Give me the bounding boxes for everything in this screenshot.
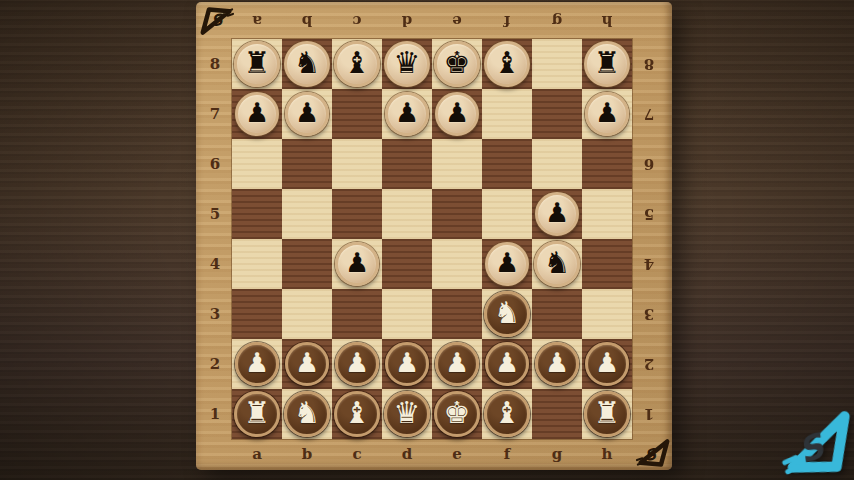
piece-white-queen[interactable]: ♛ xyxy=(384,391,430,437)
pawn-glyph: ♟ xyxy=(345,243,369,283)
rank-label-3: 3 xyxy=(204,289,226,339)
piece-white-knight[interactable]: ♞ xyxy=(484,291,530,337)
pawn-glyph: ♟ xyxy=(245,93,269,133)
rank-label-3: 3 xyxy=(638,289,660,339)
square-d1[interactable]: ♛ xyxy=(382,389,432,439)
piece-black-knight[interactable]: ♞ xyxy=(284,41,330,87)
queen-glyph: ♛ xyxy=(394,393,421,433)
square-c5[interactable] xyxy=(332,189,382,239)
rank-label-4: 4 xyxy=(204,239,226,289)
file-label-d: d xyxy=(382,445,432,463)
square-d6[interactable] xyxy=(382,139,432,189)
file-label-h: h xyxy=(582,12,632,30)
rank-label-7: 7 xyxy=(638,89,660,139)
piece-black-queen[interactable]: ♛ xyxy=(384,41,430,87)
knight-glyph: ♞ xyxy=(294,43,321,83)
square-a2[interactable]: ♟ xyxy=(232,339,282,389)
knight-glyph: ♞ xyxy=(494,293,521,333)
pawn-glyph: ♟ xyxy=(595,93,619,133)
bishop-glyph: ♝ xyxy=(494,43,521,83)
piece-white-pawn[interactable]: ♟ xyxy=(285,342,329,386)
pawn-glyph: ♟ xyxy=(395,93,419,133)
rank-label-1: 1 xyxy=(204,389,226,439)
file-label-c: c xyxy=(332,445,382,463)
square-e5[interactable] xyxy=(432,189,482,239)
square-b8[interactable]: ♞ xyxy=(282,39,332,89)
rank-label-1: 1 xyxy=(638,389,660,439)
square-b5[interactable] xyxy=(282,189,332,239)
square-h2[interactable]: ♟ xyxy=(582,339,632,389)
rank-label-2: 2 xyxy=(204,339,226,389)
square-b7[interactable]: ♟ xyxy=(282,89,332,139)
square-f6[interactable] xyxy=(482,139,532,189)
square-a6[interactable] xyxy=(232,139,282,189)
rook-glyph: ♜ xyxy=(594,393,621,433)
square-a4[interactable] xyxy=(232,239,282,289)
pawn-glyph: ♟ xyxy=(595,343,619,383)
square-a7[interactable]: ♟ xyxy=(232,89,282,139)
piece-white-pawn[interactable]: ♟ xyxy=(535,342,579,386)
bishop-glyph: ♝ xyxy=(344,393,371,433)
square-h3[interactable] xyxy=(582,289,632,339)
square-h5[interactable] xyxy=(582,189,632,239)
square-h1[interactable]: ♜ xyxy=(582,389,632,439)
square-c8[interactable]: ♝ xyxy=(332,39,382,89)
bishop-glyph: ♝ xyxy=(494,393,521,433)
square-g8[interactable] xyxy=(532,39,582,89)
pawn-glyph: ♟ xyxy=(445,343,469,383)
brand-logo-icon: S xyxy=(199,5,235,37)
square-e3[interactable] xyxy=(432,289,482,339)
king-glyph: ♚ xyxy=(444,393,471,433)
square-b6[interactable] xyxy=(282,139,332,189)
pawn-glyph: ♟ xyxy=(445,93,469,133)
square-g1[interactable] xyxy=(532,389,582,439)
square-e2[interactable]: ♟ xyxy=(432,339,482,389)
file-label-f: f xyxy=(482,12,532,30)
piece-black-pawn[interactable]: ♟ xyxy=(385,92,429,136)
square-d3[interactable] xyxy=(382,289,432,339)
square-b1[interactable]: ♞ xyxy=(282,389,332,439)
file-labels-bottom: abcdefgh xyxy=(232,445,632,463)
piece-white-bishop[interactable]: ♝ xyxy=(334,391,380,437)
piece-white-pawn[interactable]: ♟ xyxy=(385,342,429,386)
square-e4[interactable] xyxy=(432,239,482,289)
square-c6[interactable] xyxy=(332,139,382,189)
rook-glyph: ♜ xyxy=(244,43,271,83)
file-label-a: a xyxy=(232,445,282,463)
square-g7[interactable] xyxy=(532,89,582,139)
piece-black-knight[interactable]: ♞ xyxy=(534,241,580,287)
square-c4[interactable]: ♟ xyxy=(332,239,382,289)
piece-white-king[interactable]: ♚ xyxy=(434,391,480,437)
piece-white-knight[interactable]: ♞ xyxy=(284,391,330,437)
square-h4[interactable] xyxy=(582,239,632,289)
rook-glyph: ♜ xyxy=(594,43,621,83)
pawn-glyph: ♟ xyxy=(395,343,419,383)
brand-logo-icon: S xyxy=(635,437,671,469)
square-e8[interactable]: ♚ xyxy=(432,39,482,89)
knight-glyph: ♞ xyxy=(544,243,571,283)
piece-black-bishop[interactable]: ♝ xyxy=(484,41,530,87)
square-f4[interactable]: ♟ xyxy=(482,239,532,289)
rook-glyph: ♜ xyxy=(244,393,271,433)
piece-black-pawn[interactable]: ♟ xyxy=(535,192,579,236)
pawn-glyph: ♟ xyxy=(295,343,319,383)
pawn-glyph: ♟ xyxy=(345,343,369,383)
piece-white-rook[interactable]: ♜ xyxy=(234,391,280,437)
rank-label-6: 6 xyxy=(204,139,226,189)
piece-black-pawn[interactable]: ♟ xyxy=(585,92,629,136)
square-f2[interactable]: ♟ xyxy=(482,339,532,389)
file-label-h: h xyxy=(582,445,632,463)
rank-label-2: 2 xyxy=(638,339,660,389)
file-label-c: c xyxy=(332,12,382,30)
piece-white-pawn[interactable]: ♟ xyxy=(235,342,279,386)
piece-white-pawn[interactable]: ♟ xyxy=(585,342,629,386)
brand-watermark-icon: S xyxy=(776,406,854,480)
piece-black-pawn[interactable]: ♟ xyxy=(235,92,279,136)
square-g2[interactable]: ♟ xyxy=(532,339,582,389)
square-c3[interactable] xyxy=(332,289,382,339)
pawn-glyph: ♟ xyxy=(545,193,569,233)
piece-black-pawn[interactable]: ♟ xyxy=(485,242,529,286)
square-g4[interactable]: ♞ xyxy=(532,239,582,289)
rank-labels-right: 87654321 xyxy=(638,39,660,439)
rank-label-8: 8 xyxy=(638,39,660,89)
square-b4[interactable] xyxy=(282,239,332,289)
rank-label-6: 6 xyxy=(638,139,660,189)
piece-black-pawn[interactable]: ♟ xyxy=(285,92,329,136)
knight-glyph: ♞ xyxy=(294,393,321,433)
piece-white-rook[interactable]: ♜ xyxy=(584,391,630,437)
square-h7[interactable]: ♟ xyxy=(582,89,632,139)
pawn-glyph: ♟ xyxy=(495,343,519,383)
piece-black-bishop[interactable]: ♝ xyxy=(334,41,380,87)
square-a3[interactable] xyxy=(232,289,282,339)
square-d5[interactable] xyxy=(382,189,432,239)
file-label-e: e xyxy=(432,12,482,30)
rank-label-8: 8 xyxy=(204,39,226,89)
square-e7[interactable]: ♟ xyxy=(432,89,482,139)
piece-white-pawn[interactable]: ♟ xyxy=(335,342,379,386)
square-d8[interactable]: ♛ xyxy=(382,39,432,89)
piece-black-king[interactable]: ♚ xyxy=(434,41,480,87)
king-glyph: ♚ xyxy=(444,43,471,83)
file-label-b: b xyxy=(282,445,332,463)
rank-label-7: 7 xyxy=(204,89,226,139)
table-background: abcdefgh abcdefgh 87654321 87654321 ♜♞♝♛… xyxy=(0,0,854,480)
piece-black-rook[interactable]: ♜ xyxy=(584,41,630,87)
file-label-b: b xyxy=(282,12,332,30)
square-f7[interactable] xyxy=(482,89,532,139)
square-g3[interactable] xyxy=(532,289,582,339)
file-label-a: a xyxy=(232,12,282,30)
piece-black-pawn[interactable]: ♟ xyxy=(435,92,479,136)
rank-label-5: 5 xyxy=(638,189,660,239)
square-d2[interactable]: ♟ xyxy=(382,339,432,389)
square-a8[interactable]: ♜ xyxy=(232,39,282,89)
square-e6[interactable] xyxy=(432,139,482,189)
square-d4[interactable] xyxy=(382,239,432,289)
square-a1[interactable]: ♜ xyxy=(232,389,282,439)
chess-board: abcdefgh abcdefgh 87654321 87654321 ♜♞♝♛… xyxy=(196,2,672,470)
square-g6[interactable] xyxy=(532,139,582,189)
square-c2[interactable]: ♟ xyxy=(332,339,382,389)
piece-black-rook[interactable]: ♜ xyxy=(234,41,280,87)
file-label-g: g xyxy=(532,445,582,463)
square-f3[interactable]: ♞ xyxy=(482,289,532,339)
square-g5[interactable]: ♟ xyxy=(532,189,582,239)
pawn-glyph: ♟ xyxy=(495,243,519,283)
square-b3[interactable] xyxy=(282,289,332,339)
square-d7[interactable]: ♟ xyxy=(382,89,432,139)
pawn-glyph: ♟ xyxy=(295,93,319,133)
rank-label-4: 4 xyxy=(638,239,660,289)
piece-black-pawn[interactable]: ♟ xyxy=(335,242,379,286)
bishop-glyph: ♝ xyxy=(344,43,371,83)
square-b2[interactable]: ♟ xyxy=(282,339,332,389)
pawn-glyph: ♟ xyxy=(545,343,569,383)
file-label-e: e xyxy=(432,445,482,463)
pawn-glyph: ♟ xyxy=(245,343,269,383)
piece-white-pawn[interactable]: ♟ xyxy=(435,342,479,386)
file-label-g: g xyxy=(532,12,582,30)
queen-glyph: ♛ xyxy=(394,43,421,83)
file-labels-top: abcdefgh xyxy=(232,12,632,30)
square-c7[interactable] xyxy=(332,89,382,139)
square-e1[interactable]: ♚ xyxy=(432,389,482,439)
square-f8[interactable]: ♝ xyxy=(482,39,532,89)
file-label-f: f xyxy=(482,445,532,463)
file-label-d: d xyxy=(382,12,432,30)
square-f1[interactable]: ♝ xyxy=(482,389,532,439)
square-f5[interactable] xyxy=(482,189,532,239)
piece-white-pawn[interactable]: ♟ xyxy=(485,342,529,386)
piece-white-bishop[interactable]: ♝ xyxy=(484,391,530,437)
square-h8[interactable]: ♜ xyxy=(582,39,632,89)
rank-labels-left: 87654321 xyxy=(204,39,226,439)
square-a5[interactable] xyxy=(232,189,282,239)
square-h6[interactable] xyxy=(582,139,632,189)
board-grid: ♜♞♝♛♚♝♜♟♟♟♟♟♟♟♟♞♞♟♟♟♟♟♟♟♟♜♞♝♛♚♝♜ xyxy=(232,39,632,439)
square-c1[interactable]: ♝ xyxy=(332,389,382,439)
rank-label-5: 5 xyxy=(204,189,226,239)
